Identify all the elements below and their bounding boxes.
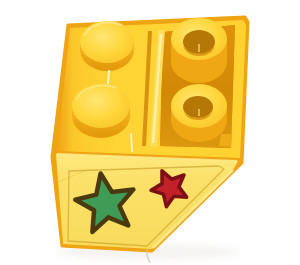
lego-brick-illustration — [0, 0, 300, 265]
recess-corner-ledge — [219, 134, 231, 147]
specular-highlight-between-studs — [108, 70, 109, 84]
hollow-stud-2-hole — [183, 96, 213, 118]
hollow-stud-2 — [171, 84, 227, 142]
specular-highlight-below-stud — [131, 133, 132, 152]
solid-stud-2 — [72, 84, 130, 138]
solid-stud-1-top — [80, 21, 134, 63]
hollow-stud-1 — [171, 18, 227, 83]
solid-stud-1 — [80, 21, 134, 71]
solid-stud-2-top — [72, 84, 130, 128]
product-photo — [0, 0, 300, 265]
